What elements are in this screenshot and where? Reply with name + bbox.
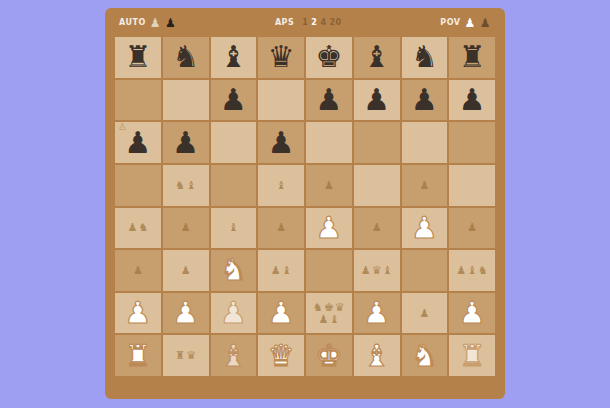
square-d8[interactable]: ♛ xyxy=(258,37,304,78)
square-g1[interactable]: ♞ xyxy=(402,335,448,376)
ghost-knight-icon: ♞ xyxy=(478,265,488,276)
square-e3[interactable] xyxy=(306,250,352,291)
square-h5[interactable] xyxy=(449,165,495,206)
black-pawn-b6[interactable]: ♟ xyxy=(172,128,199,158)
square-b3[interactable]: ♟ xyxy=(163,250,209,291)
topbar: AUTO ♟ ♟ APS 12420 POV ♟ ♟ xyxy=(105,8,505,37)
square-a2[interactable]: ♟ xyxy=(115,293,161,334)
square-a6[interactable]: ♟♙ xyxy=(115,122,161,163)
square-d2[interactable]: ♟ xyxy=(258,293,304,334)
black-knight-b8[interactable]: ♞ xyxy=(172,42,199,72)
ghost-candidates-g2: ♟ xyxy=(419,308,429,319)
square-e4[interactable]: ♟ xyxy=(306,208,352,249)
square-a8[interactable]: ♜ xyxy=(115,37,161,78)
white-pawn-h2[interactable]: ♟ xyxy=(459,298,486,328)
ghost-pawn-icon: ♟ xyxy=(372,222,382,233)
white-knight-g1[interactable]: ♞ xyxy=(411,341,438,371)
square-h4[interactable]: ♟ xyxy=(449,208,495,249)
square-f2[interactable]: ♟ xyxy=(354,293,400,334)
auto-controls: AUTO ♟ ♟ xyxy=(119,17,176,29)
ghost-candidates-f3: ♟♛♝ xyxy=(361,265,393,276)
ghost-bishop-icon: ♝ xyxy=(276,180,286,191)
square-c6[interactable] xyxy=(211,122,257,163)
square-f8[interactable]: ♝ xyxy=(354,37,400,78)
ghost-pawn-icon: ♟ xyxy=(276,222,286,233)
ghost-candidates-b1: ♜♛ xyxy=(175,350,196,361)
square-g7[interactable]: ♟ xyxy=(402,80,448,121)
auto-white-pawn-toggle-icon[interactable]: ♟ xyxy=(150,17,161,29)
ghost-bishop-icon: ♝ xyxy=(329,314,339,325)
square-e7[interactable]: ♟ xyxy=(306,80,352,121)
ghost-candidates-d3: ♟♝ xyxy=(271,265,292,276)
ghost-bishop-icon: ♝ xyxy=(228,222,238,233)
square-f3[interactable]: ♟♛♝ xyxy=(354,250,400,291)
ghost-knight-icon: ♞ xyxy=(313,302,323,313)
black-pawn-f7[interactable]: ♟ xyxy=(363,85,390,115)
ghost-pawn-icon: ♟ xyxy=(456,265,466,276)
square-g8[interactable]: ♞ xyxy=(402,37,448,78)
square-h2[interactable]: ♟ xyxy=(449,293,495,334)
ghost-candidates-b3: ♟ xyxy=(181,265,191,276)
square-h6[interactable] xyxy=(449,122,495,163)
white-bishop-c1[interactable]: ♝ xyxy=(220,341,247,371)
square-f1[interactable]: ♝ xyxy=(354,335,400,376)
auto-label: AUTO xyxy=(119,18,146,27)
black-queen-d8[interactable]: ♛ xyxy=(268,42,295,72)
square-f7[interactable]: ♟ xyxy=(354,80,400,121)
square-f5[interactable] xyxy=(354,165,400,206)
white-knight-c3[interactable]: ♞ xyxy=(220,255,247,285)
ghost-queen-icon: ♛ xyxy=(186,350,196,361)
black-pawn-h7[interactable]: ♟ xyxy=(459,85,486,115)
square-c2[interactable]: ♟ xyxy=(211,293,257,334)
ghost-pawn-icon: ♟ xyxy=(133,265,143,276)
square-g4[interactable]: ♟ xyxy=(402,208,448,249)
square-h8[interactable]: ♜ xyxy=(449,37,495,78)
square-f4[interactable]: ♟ xyxy=(354,208,400,249)
ghost-pawn-icon: ♟ xyxy=(324,180,334,191)
aps-option-2[interactable]: 2 xyxy=(311,18,317,27)
ghost-candidates-a4: ♟♞ xyxy=(128,222,149,233)
white-rook-h1[interactable]: ♜ xyxy=(459,341,486,371)
black-knight-g8[interactable]: ♞ xyxy=(411,42,438,72)
black-rook-h8[interactable]: ♜ xyxy=(459,42,486,72)
square-c3[interactable]: ♞ xyxy=(211,250,257,291)
square-g3[interactable] xyxy=(402,250,448,291)
ghost-knight-icon: ♞ xyxy=(138,222,148,233)
aps-options: 12420 xyxy=(302,18,341,27)
ghost-candidates-d4: ♟ xyxy=(276,222,286,233)
white-pawn-a2[interactable]: ♟ xyxy=(124,298,151,328)
square-d4[interactable]: ♟ xyxy=(258,208,304,249)
square-e1[interactable]: ♚ xyxy=(306,335,352,376)
square-b4[interactable]: ♟ xyxy=(163,208,209,249)
square-g6[interactable] xyxy=(402,122,448,163)
ghost-pawn-icon: ♟ xyxy=(319,314,329,325)
aps-controls: APS 12420 xyxy=(275,18,342,27)
white-queen-d1[interactable]: ♛ xyxy=(268,341,295,371)
white-pawn-b2[interactable]: ♟ xyxy=(172,298,199,328)
black-pawn-e7[interactable]: ♟ xyxy=(315,85,342,115)
square-d7[interactable] xyxy=(258,80,304,121)
square-g2[interactable]: ♟ xyxy=(402,293,448,334)
black-pawn-a6[interactable]: ♟ xyxy=(124,128,151,158)
ghost-candidates-f4: ♟ xyxy=(372,222,382,233)
black-pawn-g7[interactable]: ♟ xyxy=(411,85,438,115)
square-c5[interactable] xyxy=(211,165,257,206)
ghost-candidates-b4: ♟ xyxy=(181,222,191,233)
ghost-bishop-icon: ♝ xyxy=(186,180,196,191)
ghost-candidates-h3: ♟♝♞ xyxy=(456,265,488,276)
black-pawn-d6[interactable]: ♟ xyxy=(268,128,295,158)
square-d3[interactable]: ♟♝ xyxy=(258,250,304,291)
pawn-outline-marker-a6: ♙ xyxy=(118,122,127,132)
square-h3[interactable]: ♟♝♞ xyxy=(449,250,495,291)
white-king-e1[interactable]: ♚ xyxy=(315,341,342,371)
white-rook-a1[interactable]: ♜ xyxy=(124,341,151,371)
ghost-bishop-icon: ♝ xyxy=(282,265,292,276)
black-bishop-f8[interactable]: ♝ xyxy=(363,42,390,72)
square-b6[interactable]: ♟ xyxy=(163,122,209,163)
square-b8[interactable]: ♞ xyxy=(163,37,209,78)
ghost-pawn-icon: ♟ xyxy=(467,222,477,233)
white-pawn-c2[interactable]: ♟ xyxy=(220,298,247,328)
ghost-candidates-e5: ♟ xyxy=(324,180,334,191)
black-rook-a8[interactable]: ♜ xyxy=(124,42,151,72)
square-h7[interactable]: ♟ xyxy=(449,80,495,121)
square-e6[interactable] xyxy=(306,122,352,163)
ghost-pawn-icon: ♟ xyxy=(271,265,281,276)
ghost-queen-icon: ♛ xyxy=(372,265,382,276)
ghost-pawn-icon: ♟ xyxy=(181,265,191,276)
chess-panel: AUTO ♟ ♟ APS 12420 POV ♟ ♟ ♜♞♝♛♚♝♞♜♟♟♟♟♟… xyxy=(105,8,505,399)
aps-label: APS xyxy=(275,18,294,27)
ghost-pawn-icon: ♟ xyxy=(419,308,429,319)
aps-option-20[interactable]: 20 xyxy=(329,18,341,27)
auto-black-pawn-toggle-icon[interactable]: ♟ xyxy=(165,17,176,29)
ghost-candidates-c4: ♝ xyxy=(228,222,238,233)
pov-white-pawn-toggle-icon[interactable]: ♟ xyxy=(464,17,475,29)
black-king-e8[interactable]: ♚ xyxy=(315,42,342,72)
ghost-candidates-d5: ♝ xyxy=(276,180,286,191)
aps-option-4[interactable]: 4 xyxy=(320,18,326,27)
square-b5[interactable]: ♞♝ xyxy=(163,165,209,206)
ghost-candidates-h4: ♟ xyxy=(467,222,477,233)
square-d6[interactable]: ♟ xyxy=(258,122,304,163)
black-pawn-c7[interactable]: ♟ xyxy=(220,85,247,115)
square-e2[interactable]: ♞♚♛♟♝ xyxy=(306,293,352,334)
aps-option-1[interactable]: 1 xyxy=(302,18,308,27)
square-e8[interactable]: ♚ xyxy=(306,37,352,78)
square-f6[interactable] xyxy=(354,122,400,163)
square-a4[interactable]: ♟♞ xyxy=(115,208,161,249)
pov-label: POV xyxy=(440,18,460,27)
square-c4[interactable]: ♝ xyxy=(211,208,257,249)
white-pawn-g4[interactable]: ♟ xyxy=(411,213,438,243)
square-a3[interactable]: ♟ xyxy=(115,250,161,291)
white-pawn-f2[interactable]: ♟ xyxy=(363,298,390,328)
white-pawn-d2[interactable]: ♟ xyxy=(268,298,295,328)
square-c1[interactable]: ♝ xyxy=(211,335,257,376)
white-bishop-f1[interactable]: ♝ xyxy=(363,341,390,371)
chess-board: ♜♞♝♛♚♝♞♜♟♟♟♟♟♟♙♟♟♞♝♝♟♟♟♞♟♝♟♟♟♟♟♟♟♞♟♝♟♛♝♟… xyxy=(115,37,495,376)
ghost-candidates-b5: ♞♝ xyxy=(175,180,196,191)
white-pawn-e4[interactable]: ♟ xyxy=(315,213,342,243)
square-b7[interactable] xyxy=(163,80,209,121)
square-g5[interactable]: ♟ xyxy=(402,165,448,206)
ghost-candidates-a3: ♟ xyxy=(133,265,143,276)
ghost-bishop-icon: ♝ xyxy=(467,265,477,276)
ghost-pawn-icon: ♟ xyxy=(361,265,371,276)
ghost-candidates-e2: ♞♚♛♟♝ xyxy=(308,302,350,325)
square-a1[interactable]: ♜ xyxy=(115,335,161,376)
pov-controls: POV ♟ ♟ xyxy=(440,17,491,29)
ghost-pawn-icon: ♟ xyxy=(419,180,429,191)
ghost-queen-icon: ♛ xyxy=(335,302,345,313)
square-c7[interactable]: ♟ xyxy=(211,80,257,121)
app-window: AUTO ♟ ♟ APS 12420 POV ♟ ♟ ♜♞♝♛♚♝♞♜♟♟♟♟♟… xyxy=(0,0,610,408)
ghost-pawn-icon: ♟ xyxy=(128,222,138,233)
ghost-knight-icon: ♞ xyxy=(175,180,185,191)
square-a5[interactable] xyxy=(115,165,161,206)
pov-black-pawn-toggle-icon[interactable]: ♟ xyxy=(480,17,491,29)
black-bishop-c8[interactable]: ♝ xyxy=(220,42,247,72)
ghost-bishop-icon: ♝ xyxy=(383,265,393,276)
square-c8[interactable]: ♝ xyxy=(211,37,257,78)
ghost-king-icon: ♚ xyxy=(324,302,334,313)
square-b2[interactable]: ♟ xyxy=(163,293,209,334)
ghost-rook-icon: ♜ xyxy=(175,350,185,361)
square-d1[interactable]: ♛ xyxy=(258,335,304,376)
square-e5[interactable]: ♟ xyxy=(306,165,352,206)
square-a7[interactable] xyxy=(115,80,161,121)
ghost-candidates-g5: ♟ xyxy=(419,180,429,191)
square-b1[interactable]: ♜♛ xyxy=(163,335,209,376)
square-d5[interactable]: ♝ xyxy=(258,165,304,206)
ghost-pawn-icon: ♟ xyxy=(181,222,191,233)
square-h1[interactable]: ♜ xyxy=(449,335,495,376)
